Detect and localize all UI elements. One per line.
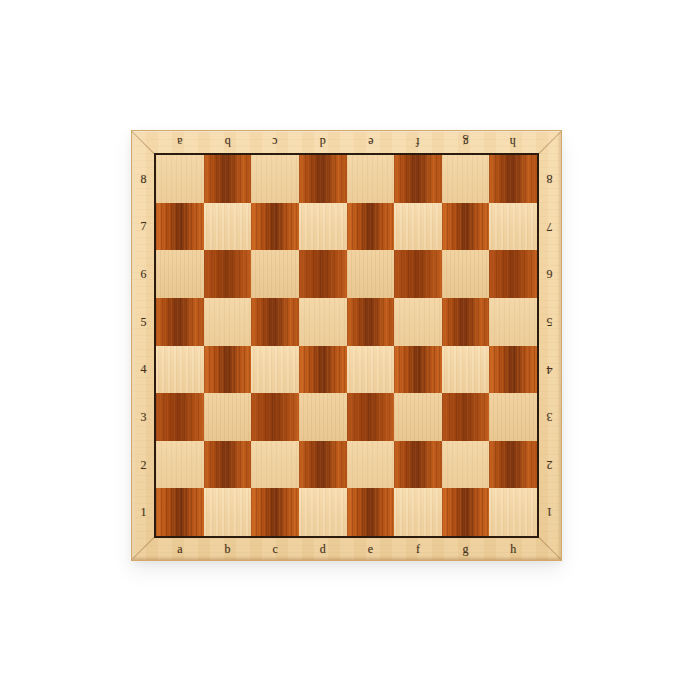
square-d4[interactable] <box>299 346 347 394</box>
file-top-label-b: b <box>204 132 252 153</box>
square-f8[interactable] <box>394 155 442 203</box>
square-g6[interactable] <box>442 250 490 298</box>
rank-left-label-1: 1 <box>133 488 154 536</box>
square-f5[interactable] <box>394 298 442 346</box>
file-bottom-label-c: c <box>251 538 299 559</box>
square-e6[interactable] <box>347 250 395 298</box>
square-a8[interactable] <box>156 155 204 203</box>
rank-left-label-6: 6 <box>133 250 154 298</box>
square-d6[interactable] <box>299 250 347 298</box>
square-h1[interactable] <box>489 488 537 536</box>
rank-left-label-8: 8 <box>133 155 154 203</box>
square-e2[interactable] <box>347 441 395 489</box>
square-a1[interactable] <box>156 488 204 536</box>
square-g1[interactable] <box>442 488 490 536</box>
square-f2[interactable] <box>394 441 442 489</box>
square-g4[interactable] <box>442 346 490 394</box>
rank-left-label-7: 7 <box>133 203 154 251</box>
square-d8[interactable] <box>299 155 347 203</box>
rank-left-label-5: 5 <box>133 298 154 346</box>
rank-left-label-3: 3 <box>133 393 154 441</box>
rank-left-label-2: 2 <box>133 441 154 489</box>
square-a6[interactable] <box>156 250 204 298</box>
chess-board: abcdefgh abcdefgh 87654321 87654321 <box>131 130 562 561</box>
square-h7[interactable] <box>489 203 537 251</box>
square-h5[interactable] <box>489 298 537 346</box>
rank-right-label-6: 6 <box>539 250 560 298</box>
rank-right-label-5: 5 <box>539 298 560 346</box>
square-b6[interactable] <box>204 250 252 298</box>
square-f1[interactable] <box>394 488 442 536</box>
square-h6[interactable] <box>489 250 537 298</box>
square-c3[interactable] <box>251 393 299 441</box>
square-h4[interactable] <box>489 346 537 394</box>
square-e3[interactable] <box>347 393 395 441</box>
square-g3[interactable] <box>442 393 490 441</box>
square-g8[interactable] <box>442 155 490 203</box>
square-b5[interactable] <box>204 298 252 346</box>
square-a3[interactable] <box>156 393 204 441</box>
square-h8[interactable] <box>489 155 537 203</box>
square-c2[interactable] <box>251 441 299 489</box>
square-f6[interactable] <box>394 250 442 298</box>
square-d2[interactable] <box>299 441 347 489</box>
rank-right-label-2: 2 <box>539 441 560 489</box>
square-h3[interactable] <box>489 393 537 441</box>
square-e7[interactable] <box>347 203 395 251</box>
square-c1[interactable] <box>251 488 299 536</box>
rank-right-label-4: 4 <box>539 346 560 394</box>
file-labels-bottom: abcdefgh <box>156 538 537 559</box>
frame-mitre-seam-top-right <box>538 131 561 154</box>
file-bottom-label-h: h <box>489 538 537 559</box>
file-top-label-g: g <box>442 132 490 153</box>
square-f3[interactable] <box>394 393 442 441</box>
square-b7[interactable] <box>204 203 252 251</box>
square-c4[interactable] <box>251 346 299 394</box>
rank-right-label-1: 1 <box>539 488 560 536</box>
file-top-label-h: h <box>489 132 537 153</box>
rank-labels-right: 87654321 <box>539 155 560 536</box>
rank-labels-left: 87654321 <box>133 155 154 536</box>
square-b3[interactable] <box>204 393 252 441</box>
file-top-label-e: e <box>347 132 395 153</box>
square-b1[interactable] <box>204 488 252 536</box>
rank-left-label-4: 4 <box>133 346 154 394</box>
file-top-label-d: d <box>299 132 347 153</box>
square-b4[interactable] <box>204 346 252 394</box>
frame-mitre-seam-bottom-left <box>132 537 155 560</box>
square-e8[interactable] <box>347 155 395 203</box>
rank-right-label-7: 7 <box>539 203 560 251</box>
file-bottom-label-d: d <box>299 538 347 559</box>
square-a7[interactable] <box>156 203 204 251</box>
square-d7[interactable] <box>299 203 347 251</box>
square-c8[interactable] <box>251 155 299 203</box>
square-d5[interactable] <box>299 298 347 346</box>
square-g5[interactable] <box>442 298 490 346</box>
file-bottom-label-a: a <box>156 538 204 559</box>
square-e5[interactable] <box>347 298 395 346</box>
file-top-label-c: c <box>251 132 299 153</box>
frame-mitre-seam-top-left <box>132 131 155 154</box>
square-f4[interactable] <box>394 346 442 394</box>
square-h2[interactable] <box>489 441 537 489</box>
square-e1[interactable] <box>347 488 395 536</box>
square-d1[interactable] <box>299 488 347 536</box>
square-c5[interactable] <box>251 298 299 346</box>
square-e4[interactable] <box>347 346 395 394</box>
square-g2[interactable] <box>442 441 490 489</box>
file-top-label-a: a <box>156 132 204 153</box>
rank-right-label-8: 8 <box>539 155 560 203</box>
square-g7[interactable] <box>442 203 490 251</box>
file-labels-top: abcdefgh <box>156 132 537 153</box>
square-d3[interactable] <box>299 393 347 441</box>
rank-right-label-3: 3 <box>539 393 560 441</box>
square-a4[interactable] <box>156 346 204 394</box>
file-top-label-f: f <box>394 132 442 153</box>
square-b2[interactable] <box>204 441 252 489</box>
product-photo-background: abcdefgh abcdefgh 87654321 87654321 <box>0 0 700 700</box>
file-bottom-label-g: g <box>442 538 490 559</box>
square-c7[interactable] <box>251 203 299 251</box>
square-b8[interactable] <box>204 155 252 203</box>
playing-field <box>154 153 539 538</box>
square-f7[interactable] <box>394 203 442 251</box>
file-bottom-label-f: f <box>394 538 442 559</box>
square-a2[interactable] <box>156 441 204 489</box>
frame-mitre-seam-bottom-right <box>538 537 561 560</box>
square-a5[interactable] <box>156 298 204 346</box>
file-bottom-label-e: e <box>347 538 395 559</box>
file-bottom-label-b: b <box>204 538 252 559</box>
square-c6[interactable] <box>251 250 299 298</box>
